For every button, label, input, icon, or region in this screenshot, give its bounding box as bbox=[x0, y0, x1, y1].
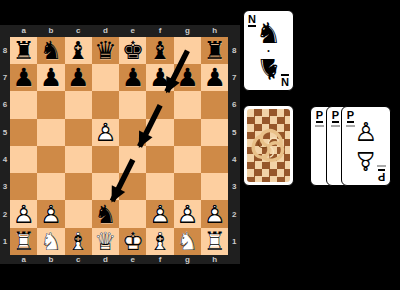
white-n-piece[interactable]: ♞♘ bbox=[174, 228, 201, 255]
rank-label-right-5: 5 bbox=[228, 119, 240, 146]
deck-card-back[interactable] bbox=[243, 105, 294, 186]
file-label-bottom-e: e bbox=[119, 255, 146, 264]
card-rank-bottom-right: N bbox=[281, 74, 289, 87]
white-p-piece[interactable]: ♟♙ bbox=[201, 200, 228, 227]
white-p-piece[interactable]: ♟♙ bbox=[92, 119, 119, 146]
black-p-piece[interactable]: ♟ bbox=[37, 64, 64, 91]
square-c1[interactable]: ♝♗ bbox=[65, 228, 92, 255]
pawn-card-3[interactable]: P ♙ ♙ P bbox=[341, 106, 391, 186]
file-label-bottom-d: d bbox=[92, 255, 119, 264]
square-h4[interactable] bbox=[201, 146, 228, 173]
file-label-bottom-h: h bbox=[201, 255, 228, 264]
rank-label-left-3: 3 bbox=[0, 173, 10, 200]
white-r-piece[interactable]: ♜♖ bbox=[10, 228, 37, 255]
square-e4[interactable] bbox=[119, 146, 146, 173]
square-c4[interactable] bbox=[65, 146, 92, 173]
black-q-piece[interactable]: ♛ bbox=[92, 37, 119, 64]
square-e1[interactable]: ♚♔ bbox=[119, 228, 146, 255]
square-c5[interactable] bbox=[65, 119, 92, 146]
square-g3[interactable] bbox=[174, 173, 201, 200]
square-a3[interactable] bbox=[10, 173, 37, 200]
square-d5[interactable]: ♟♙ bbox=[92, 119, 119, 146]
rank-label-right-1: 1 bbox=[228, 228, 240, 255]
file-label-bottom-f: f bbox=[147, 255, 174, 264]
square-c2[interactable] bbox=[65, 200, 92, 227]
square-b6[interactable] bbox=[37, 91, 64, 118]
square-a2[interactable]: ♟♙ bbox=[10, 200, 37, 227]
file-label-top-f: f bbox=[147, 25, 174, 37]
rank-label-right-6: 6 bbox=[228, 91, 240, 118]
black-b-piece[interactable]: ♝ bbox=[146, 37, 173, 64]
black-r-piece[interactable]: ♜ bbox=[201, 37, 228, 64]
square-f4[interactable] bbox=[146, 146, 173, 173]
black-r-piece[interactable]: ♜ bbox=[10, 37, 37, 64]
square-f6[interactable] bbox=[146, 91, 173, 118]
knight-icon: ♞ bbox=[256, 19, 282, 48]
square-g2[interactable]: ♟♙ bbox=[174, 200, 201, 227]
square-e3[interactable] bbox=[119, 173, 146, 200]
rank-label-left-8: 8 bbox=[0, 37, 10, 64]
square-a5[interactable] bbox=[10, 119, 37, 146]
rank-label-left-6: 6 bbox=[0, 91, 10, 118]
square-e7[interactable]: ♟ bbox=[119, 64, 146, 91]
white-b-piece[interactable]: ♝♗ bbox=[65, 228, 92, 255]
chess-board: ♜♞♝♛♚♝♜♟♟♟♟♟♟♟♟♙♟♙♟♙♞♟♙♟♙♟♙♜♖♞♘♝♗♛♕♚♔♝♗♞… bbox=[0, 25, 240, 264]
square-a7[interactable]: ♟ bbox=[10, 64, 37, 91]
white-p-piece[interactable]: ♟♙ bbox=[174, 200, 201, 227]
swirl-icon bbox=[247, 123, 290, 169]
white-r-piece[interactable]: ♜♖ bbox=[201, 228, 228, 255]
square-d8[interactable]: ♛ bbox=[92, 37, 119, 64]
square-h2[interactable]: ♟♙ bbox=[201, 200, 228, 227]
square-f8[interactable]: ♝ bbox=[146, 37, 173, 64]
square-d1[interactable]: ♛♕ bbox=[92, 228, 119, 255]
black-p-piece[interactable]: ♟ bbox=[10, 64, 37, 91]
square-f3[interactable] bbox=[146, 173, 173, 200]
file-label-top-b: b bbox=[37, 25, 64, 37]
square-h3[interactable] bbox=[201, 173, 228, 200]
square-a4[interactable] bbox=[10, 146, 37, 173]
rank-label-right-2: 2 bbox=[228, 201, 240, 228]
square-c6[interactable] bbox=[65, 91, 92, 118]
black-p-piece[interactable]: ♟ bbox=[201, 64, 228, 91]
square-c8[interactable]: ♝ bbox=[65, 37, 92, 64]
square-f2[interactable]: ♟♙ bbox=[146, 200, 173, 227]
white-p-piece[interactable]: ♟♙ bbox=[10, 200, 37, 227]
square-a1[interactable]: ♜♖ bbox=[10, 228, 37, 255]
square-h1[interactable]: ♜♖ bbox=[201, 228, 228, 255]
square-d4[interactable] bbox=[92, 146, 119, 173]
square-a8[interactable]: ♜ bbox=[10, 37, 37, 64]
rank-label-right-8: 8 bbox=[228, 37, 240, 64]
square-g8[interactable] bbox=[174, 37, 201, 64]
square-b8[interactable]: ♞ bbox=[37, 37, 64, 64]
square-g1[interactable]: ♞♘ bbox=[174, 228, 201, 255]
square-b1[interactable]: ♞♘ bbox=[37, 228, 64, 255]
white-b-piece[interactable]: ♝♗ bbox=[146, 228, 173, 255]
black-n-piece[interactable]: ♞ bbox=[37, 37, 64, 64]
black-n-piece[interactable]: ♞ bbox=[92, 200, 119, 227]
square-g7[interactable]: ♟ bbox=[174, 64, 201, 91]
black-p-piece[interactable]: ♟ bbox=[119, 64, 146, 91]
square-g4[interactable] bbox=[174, 146, 201, 173]
square-c7[interactable]: ♟ bbox=[65, 64, 92, 91]
rank-label-right-4: 4 bbox=[228, 146, 240, 173]
file-label-top-c: c bbox=[65, 25, 92, 37]
black-p-piece[interactable]: ♟ bbox=[146, 64, 173, 91]
table-surface: ♜♞♝♛♚♝♜♟♟♟♟♟♟♟♟♙♟♙♟♙♞♟♙♟♙♟♙♜♖♞♘♝♗♛♕♚♔♝♗♞… bbox=[0, 0, 400, 290]
square-e6[interactable] bbox=[119, 91, 146, 118]
square-b4[interactable] bbox=[37, 146, 64, 173]
rank-label-right-3: 3 bbox=[228, 173, 240, 200]
square-d3[interactable] bbox=[92, 173, 119, 200]
square-d7[interactable] bbox=[92, 64, 119, 91]
black-b-piece[interactable]: ♝ bbox=[65, 37, 92, 64]
black-p-piece[interactable]: ♟ bbox=[65, 64, 92, 91]
file-label-top-a: a bbox=[10, 25, 37, 37]
square-b5[interactable] bbox=[37, 119, 64, 146]
file-label-top-h: h bbox=[201, 25, 228, 37]
board-grid: ♜♞♝♛♚♝♜♟♟♟♟♟♟♟♟♙♟♙♟♙♞♟♙♟♙♟♙♜♖♞♘♝♗♛♕♚♔♝♗♞… bbox=[10, 37, 228, 255]
rank-label-left-1: 1 bbox=[0, 228, 10, 255]
square-h6[interactable] bbox=[201, 91, 228, 118]
card-back-pattern bbox=[247, 109, 290, 182]
rank-label-right-7: 7 bbox=[228, 64, 240, 91]
square-e5[interactable] bbox=[119, 119, 146, 146]
square-d6[interactable] bbox=[92, 91, 119, 118]
square-c3[interactable] bbox=[65, 173, 92, 200]
square-f7[interactable]: ♟ bbox=[146, 64, 173, 91]
square-b2[interactable]: ♟♙ bbox=[37, 200, 64, 227]
file-label-bottom-a: a bbox=[10, 255, 37, 264]
square-d2[interactable]: ♞ bbox=[92, 200, 119, 227]
file-label-bottom-b: b bbox=[37, 255, 64, 264]
knight-icon-inverted: ♞ bbox=[256, 54, 282, 83]
white-q-piece[interactable]: ♛♕ bbox=[92, 228, 119, 255]
square-h8[interactable]: ♜ bbox=[201, 37, 228, 64]
file-label-top-g: g bbox=[174, 25, 201, 37]
square-g5[interactable] bbox=[174, 119, 201, 146]
square-f5[interactable] bbox=[146, 119, 173, 146]
rank-label-left-5: 5 bbox=[0, 119, 10, 146]
pawn-icon: ♙ bbox=[354, 119, 377, 145]
square-f1[interactable]: ♝♗ bbox=[146, 228, 173, 255]
pawn-icon-inverted: ♙ bbox=[354, 148, 377, 174]
file-label-top-e: e bbox=[119, 25, 146, 37]
square-b7[interactable]: ♟ bbox=[37, 64, 64, 91]
rank-label-left-4: 4 bbox=[0, 146, 10, 173]
file-label-bottom-g: g bbox=[174, 255, 201, 264]
square-e8[interactable]: ♚ bbox=[119, 37, 146, 64]
rank-label-left-2: 2 bbox=[0, 201, 10, 228]
square-e2[interactable] bbox=[119, 200, 146, 227]
white-k-piece[interactable]: ♚♔ bbox=[119, 228, 146, 255]
black-p-piece[interactable]: ♟ bbox=[174, 64, 201, 91]
square-b3[interactable] bbox=[37, 173, 64, 200]
white-p-piece[interactable]: ♟♙ bbox=[146, 200, 173, 227]
white-n-piece[interactable]: ♞♘ bbox=[37, 228, 64, 255]
rank-label-left-7: 7 bbox=[0, 64, 10, 91]
file-label-top-d: d bbox=[92, 25, 119, 37]
white-p-piece[interactable]: ♟♙ bbox=[37, 200, 64, 227]
square-a6[interactable] bbox=[10, 91, 37, 118]
square-h7[interactable]: ♟ bbox=[201, 64, 228, 91]
knight-card[interactable]: N ♞ • ♞ N bbox=[243, 10, 294, 91]
square-g6[interactable] bbox=[174, 91, 201, 118]
square-h5[interactable] bbox=[201, 119, 228, 146]
black-k-piece[interactable]: ♚ bbox=[119, 37, 146, 64]
file-label-bottom-c: c bbox=[65, 255, 92, 264]
